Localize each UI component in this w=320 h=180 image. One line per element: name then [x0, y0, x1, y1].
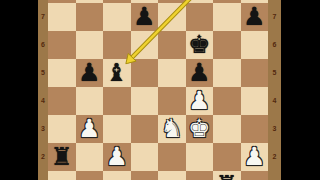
- square-d6[interactable]: [131, 31, 159, 59]
- piece-black-pawn-h7[interactable]: ♟: [241, 3, 269, 31]
- square-e7[interactable]: [158, 3, 186, 31]
- square-b3[interactable]: ♟: [76, 115, 104, 143]
- square-a6[interactable]: [48, 31, 76, 59]
- rank-label-4-left: 4: [38, 97, 48, 105]
- square-e5[interactable]: [158, 59, 186, 87]
- square-e4[interactable]: [158, 87, 186, 115]
- square-g4[interactable]: [213, 87, 241, 115]
- square-b2[interactable]: [76, 143, 104, 171]
- square-d5[interactable]: [131, 59, 159, 87]
- rank-label-5-right: 5: [268, 69, 281, 77]
- square-h6[interactable]: [241, 31, 269, 59]
- square-d3[interactable]: [131, 115, 159, 143]
- piece-black-pawn-d7[interactable]: ♟: [131, 3, 159, 31]
- square-f7[interactable]: [186, 3, 214, 31]
- rank-label-4-right: 4: [268, 97, 281, 105]
- square-h5[interactable]: [241, 59, 269, 87]
- rank-label-2-left: 2: [38, 153, 48, 161]
- square-h1[interactable]: [241, 171, 269, 180]
- square-g3[interactable]: [213, 115, 241, 143]
- piece-black-rook-g1[interactable]: ♜: [213, 171, 241, 180]
- piece-white-pawn-b3[interactable]: ♟: [76, 115, 104, 143]
- square-a1[interactable]: [48, 171, 76, 180]
- square-b7[interactable]: [76, 3, 104, 31]
- square-d4[interactable]: [131, 87, 159, 115]
- piece-black-king-f6[interactable]: ♚: [186, 31, 214, 59]
- square-e2[interactable]: [158, 143, 186, 171]
- square-g6[interactable]: [213, 31, 241, 59]
- square-f5[interactable]: ♟: [186, 59, 214, 87]
- square-c6[interactable]: [103, 31, 131, 59]
- piece-black-bishop-c5[interactable]: ♝: [103, 59, 131, 87]
- square-g7[interactable]: [213, 3, 241, 31]
- square-e6[interactable]: [158, 31, 186, 59]
- square-f3[interactable]: ♚: [186, 115, 214, 143]
- chess-thumbnail-frame: 87654321 87654321 ♟♟♚♟♝♟♟♟♞♚♜♟♟♜: [0, 0, 320, 180]
- square-a5[interactable]: [48, 59, 76, 87]
- square-f1[interactable]: [186, 171, 214, 180]
- square-c5[interactable]: ♝: [103, 59, 131, 87]
- chessboard: ♟♟♚♟♝♟♟♟♞♚♜♟♟♜: [48, 0, 268, 180]
- piece-white-pawn-c2[interactable]: ♟: [103, 143, 131, 171]
- rank-label-3-left: 3: [38, 125, 48, 133]
- square-c3[interactable]: [103, 115, 131, 143]
- rank-label-5-left: 5: [38, 69, 48, 77]
- square-c2[interactable]: ♟: [103, 143, 131, 171]
- square-c7[interactable]: [103, 3, 131, 31]
- rank-labels-left-strip: 87654321: [38, 0, 48, 180]
- square-f2[interactable]: [186, 143, 214, 171]
- piece-white-knight-e3[interactable]: ♞: [158, 115, 186, 143]
- piece-black-rook-a2[interactable]: ♜: [48, 143, 76, 171]
- square-c1[interactable]: [103, 171, 131, 180]
- piece-black-pawn-b5[interactable]: ♟: [76, 59, 104, 87]
- square-f4[interactable]: ♟: [186, 87, 214, 115]
- square-h2[interactable]: ♟: [241, 143, 269, 171]
- square-a3[interactable]: [48, 115, 76, 143]
- square-h7[interactable]: ♟: [241, 3, 269, 31]
- piece-black-pawn-f5[interactable]: ♟: [186, 59, 214, 87]
- square-b6[interactable]: [76, 31, 104, 59]
- rank-label-6-left: 6: [38, 41, 48, 49]
- square-a4[interactable]: [48, 87, 76, 115]
- square-a7[interactable]: [48, 3, 76, 31]
- square-d2[interactable]: [131, 143, 159, 171]
- square-h4[interactable]: [241, 87, 269, 115]
- square-g2[interactable]: [213, 143, 241, 171]
- square-b4[interactable]: [76, 87, 104, 115]
- square-e1[interactable]: [158, 171, 186, 180]
- square-b5[interactable]: ♟: [76, 59, 104, 87]
- rank-label-3-right: 3: [268, 125, 281, 133]
- piece-white-pawn-h2[interactable]: ♟: [241, 143, 269, 171]
- square-g1[interactable]: ♜: [213, 171, 241, 180]
- square-h3[interactable]: [241, 115, 269, 143]
- square-d7[interactable]: ♟: [131, 3, 159, 31]
- rank-label-2-right: 2: [268, 153, 281, 161]
- rank-label-7-left: 7: [38, 13, 48, 21]
- square-g5[interactable]: [213, 59, 241, 87]
- square-a2[interactable]: ♜: [48, 143, 76, 171]
- piece-white-pawn-f4[interactable]: ♟: [186, 87, 214, 115]
- piece-white-king-f3[interactable]: ♚: [186, 115, 214, 143]
- square-f6[interactable]: ♚: [186, 31, 214, 59]
- rank-labels-right-strip: 87654321: [268, 0, 281, 180]
- square-c4[interactable]: [103, 87, 131, 115]
- rank-label-7-right: 7: [268, 13, 281, 21]
- square-b1[interactable]: [76, 171, 104, 180]
- rank-label-6-right: 6: [268, 41, 281, 49]
- square-e3[interactable]: ♞: [158, 115, 186, 143]
- square-d1[interactable]: [131, 171, 159, 180]
